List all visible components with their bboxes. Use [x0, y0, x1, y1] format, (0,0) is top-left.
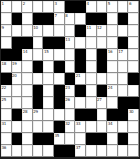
clue-number: 11: [86, 25, 91, 30]
cell[interactable]: [118, 145, 129, 157]
cell[interactable]: 19: [12, 61, 23, 73]
cell[interactable]: [54, 109, 65, 121]
cell[interactable]: [12, 145, 23, 157]
cell[interactable]: 11: [86, 25, 97, 37]
cell[interactable]: [1, 109, 12, 121]
black-cell: [65, 1, 76, 13]
cell[interactable]: [43, 97, 54, 109]
black-cell: [128, 73, 139, 85]
black-cell: [86, 109, 97, 121]
black-cell: [12, 37, 23, 49]
cell[interactable]: [43, 61, 54, 73]
black-cell: [75, 85, 86, 97]
clue-number: 23: [65, 85, 70, 90]
cell[interactable]: [86, 97, 97, 109]
cell[interactable]: 22: [1, 85, 12, 97]
cell[interactable]: [65, 25, 76, 37]
clue-number: 15: [44, 49, 49, 54]
cell[interactable]: 33: [75, 121, 86, 133]
cell[interactable]: [86, 145, 97, 157]
cell[interactable]: [12, 97, 23, 109]
cell[interactable]: [22, 61, 33, 73]
cell[interactable]: 35: [54, 133, 65, 145]
black-cell: [107, 109, 118, 121]
black-cell: [118, 13, 129, 25]
cell[interactable]: 24: [107, 85, 118, 97]
black-cell: [75, 49, 86, 61]
cell[interactable]: [43, 25, 54, 37]
cell[interactable]: 32: [65, 121, 76, 133]
cell[interactable]: [128, 145, 139, 157]
cell[interactable]: [1, 133, 12, 145]
cell[interactable]: 14: [22, 49, 33, 61]
cell[interactable]: 8: [65, 13, 76, 25]
clue-number: 26: [65, 97, 70, 102]
crossword-screenshot: 1234567891011121314151617181920212223242…: [0, 0, 140, 159]
cell[interactable]: [86, 85, 97, 97]
black-cell: [97, 85, 108, 97]
black-cell: [43, 37, 54, 49]
cell[interactable]: [118, 61, 129, 73]
cell[interactable]: 2: [22, 1, 33, 13]
cell[interactable]: [118, 73, 129, 85]
cell[interactable]: [128, 85, 139, 97]
clue-number: 28: [23, 109, 28, 114]
cell[interactable]: [65, 109, 76, 121]
clue-number: 37: [76, 145, 81, 150]
black-cell: [43, 13, 54, 25]
black-cell: [97, 49, 108, 61]
black-cell: [97, 61, 108, 73]
cell[interactable]: [86, 121, 97, 133]
cell[interactable]: [75, 97, 86, 109]
black-cell: [12, 49, 23, 61]
cell[interactable]: 37: [75, 145, 86, 157]
cell[interactable]: 5: [107, 1, 118, 13]
cell[interactable]: [97, 1, 108, 13]
cell[interactable]: [22, 73, 33, 85]
black-cell: [33, 85, 44, 97]
cell[interactable]: [43, 145, 54, 157]
clue-number: 24: [108, 85, 113, 90]
cell[interactable]: 12: [97, 25, 108, 37]
cell[interactable]: 31: [1, 121, 12, 133]
clue-number: 5: [108, 1, 110, 6]
cell[interactable]: 21: [75, 73, 86, 85]
clue-number: 13: [65, 37, 70, 42]
cell[interactable]: [97, 145, 108, 157]
cell[interactable]: [97, 37, 108, 49]
cell[interactable]: [75, 37, 86, 49]
cell[interactable]: [1, 37, 12, 49]
cell[interactable]: [86, 37, 97, 49]
black-cell: [65, 145, 76, 157]
cell[interactable]: 15: [43, 49, 54, 61]
cell[interactable]: [118, 1, 129, 13]
cell[interactable]: [43, 85, 54, 97]
cell[interactable]: 23: [65, 85, 76, 97]
black-cell: [12, 13, 23, 25]
clue-number: 2: [23, 1, 25, 6]
cell[interactable]: 4: [86, 1, 97, 13]
cell[interactable]: [33, 49, 44, 61]
cell[interactable]: [128, 25, 139, 37]
black-cell: [75, 109, 86, 121]
black-cell: [33, 97, 44, 109]
clue-number: 32: [65, 121, 70, 126]
cell[interactable]: [86, 61, 97, 73]
cell[interactable]: 36: [1, 145, 12, 157]
clue-number: 9: [2, 25, 4, 30]
clue-number: 8: [65, 13, 67, 18]
cell[interactable]: [43, 121, 54, 133]
cell[interactable]: [107, 97, 118, 109]
clue-number: 36: [2, 145, 7, 150]
cell[interactable]: [118, 85, 129, 97]
cell[interactable]: [33, 73, 44, 85]
cell[interactable]: 26: [65, 97, 76, 109]
black-cell: [54, 61, 65, 73]
cell[interactable]: 3: [54, 1, 65, 13]
black-cell: [22, 37, 33, 49]
cell[interactable]: [22, 97, 33, 109]
cell[interactable]: [128, 133, 139, 145]
clue-number: 6: [129, 1, 131, 6]
clue-number: 4: [86, 1, 88, 6]
black-cell: [118, 37, 129, 49]
black-cell: [33, 133, 44, 145]
cell[interactable]: [22, 85, 33, 97]
black-cell: [1, 49, 12, 61]
cell[interactable]: 34: [107, 121, 118, 133]
cell[interactable]: 7: [54, 13, 65, 25]
cell[interactable]: [118, 121, 129, 133]
crossword-grid: 1234567891011121314151617181920212223242…: [0, 0, 140, 159]
black-cell: [1, 73, 12, 85]
cell[interactable]: [107, 145, 118, 157]
cell[interactable]: [107, 13, 118, 25]
black-cell: [12, 133, 23, 145]
black-cell: [54, 97, 65, 109]
clue-number: 16: [108, 49, 113, 54]
black-cell: [118, 97, 129, 109]
clue-number: 1: [2, 1, 4, 6]
cell[interactable]: 6: [128, 1, 139, 13]
clue-number: 35: [55, 133, 60, 138]
black-cell: [54, 37, 65, 49]
cell[interactable]: 13: [65, 37, 76, 49]
cell[interactable]: [107, 37, 118, 49]
black-cell: [128, 97, 139, 109]
cell[interactable]: 25: [1, 97, 12, 109]
cell[interactable]: [33, 1, 44, 13]
black-cell: [75, 1, 86, 13]
cell[interactable]: [54, 49, 65, 61]
cell[interactable]: [86, 73, 97, 85]
cell[interactable]: 30: [128, 109, 139, 121]
black-cell: [75, 61, 86, 73]
cell[interactable]: [75, 133, 86, 145]
cell[interactable]: 28: [22, 109, 33, 121]
clue-number: 33: [76, 121, 81, 126]
cell[interactable]: [97, 121, 108, 133]
cell[interactable]: [107, 133, 118, 145]
clue-number: 3: [55, 1, 57, 6]
cell[interactable]: 20: [12, 73, 23, 85]
cell[interactable]: [22, 25, 33, 37]
clue-number: 29: [33, 109, 38, 114]
black-cell: [43, 133, 54, 145]
black-cell: [97, 133, 108, 145]
black-cell: [33, 13, 44, 25]
cell[interactable]: [54, 25, 65, 37]
black-cell: [86, 133, 97, 145]
cell[interactable]: 16: [107, 49, 118, 61]
cell[interactable]: [22, 13, 33, 25]
cell[interactable]: [118, 25, 129, 37]
cell[interactable]: [1, 13, 12, 25]
clue-number: 19: [12, 61, 17, 66]
clue-number: 34: [108, 121, 113, 126]
cell[interactable]: [43, 109, 54, 121]
cell[interactable]: [97, 109, 108, 121]
black-cell: [54, 145, 65, 157]
black-cell: [12, 109, 23, 121]
cell[interactable]: [97, 73, 108, 85]
cell[interactable]: [43, 1, 54, 13]
cell[interactable]: 10: [33, 25, 44, 37]
cell[interactable]: [12, 121, 23, 133]
cell[interactable]: [12, 85, 23, 97]
cell[interactable]: [128, 121, 139, 133]
black-cell: [118, 109, 129, 121]
cell[interactable]: [12, 1, 23, 13]
black-cell: [118, 133, 129, 145]
clue-number: 20: [12, 73, 17, 78]
clue-number: 22: [2, 85, 7, 90]
clue-number: 31: [2, 121, 7, 126]
cell[interactable]: 27: [97, 97, 108, 109]
cell[interactable]: [33, 121, 44, 133]
clue-number: 7: [55, 13, 57, 18]
black-cell: [33, 61, 44, 73]
cell[interactable]: [22, 121, 33, 133]
cell[interactable]: [65, 61, 76, 73]
clue-number: 17: [118, 49, 123, 54]
clue-number: 14: [23, 49, 28, 54]
black-cell: [54, 121, 65, 133]
cell[interactable]: [86, 49, 97, 61]
cell[interactable]: [65, 133, 76, 145]
cell[interactable]: [65, 49, 76, 61]
clue-number: 10: [33, 25, 38, 30]
black-cell: [97, 13, 108, 25]
cell[interactable]: [128, 13, 139, 25]
black-cell: [86, 13, 97, 25]
cell[interactable]: [75, 13, 86, 25]
cell[interactable]: [128, 49, 139, 61]
cell[interactable]: [107, 73, 118, 85]
cell[interactable]: 29: [33, 109, 44, 121]
clue-number: 27: [97, 97, 102, 102]
clue-number: 18: [2, 61, 7, 66]
cell[interactable]: [107, 25, 118, 37]
clue-number: 21: [76, 73, 81, 78]
cell[interactable]: 9: [1, 25, 12, 37]
cell[interactable]: [54, 73, 65, 85]
black-cell: [54, 85, 65, 97]
cell[interactable]: [43, 73, 54, 85]
cell[interactable]: [22, 133, 33, 145]
clue-number: 25: [2, 97, 7, 102]
cell[interactable]: [128, 61, 139, 73]
cell[interactable]: [107, 61, 118, 73]
clue-number: 12: [97, 25, 102, 30]
cell[interactable]: 1: [1, 1, 12, 13]
cell[interactable]: [128, 37, 139, 49]
cell[interactable]: 17: [118, 49, 129, 61]
cell[interactable]: [33, 37, 44, 49]
clue-number: 30: [129, 109, 134, 114]
cell[interactable]: [22, 145, 33, 157]
cell[interactable]: 18: [1, 61, 12, 73]
black-cell: [75, 25, 86, 37]
cell[interactable]: [33, 145, 44, 157]
cell[interactable]: [12, 25, 23, 37]
black-cell: [65, 73, 76, 85]
